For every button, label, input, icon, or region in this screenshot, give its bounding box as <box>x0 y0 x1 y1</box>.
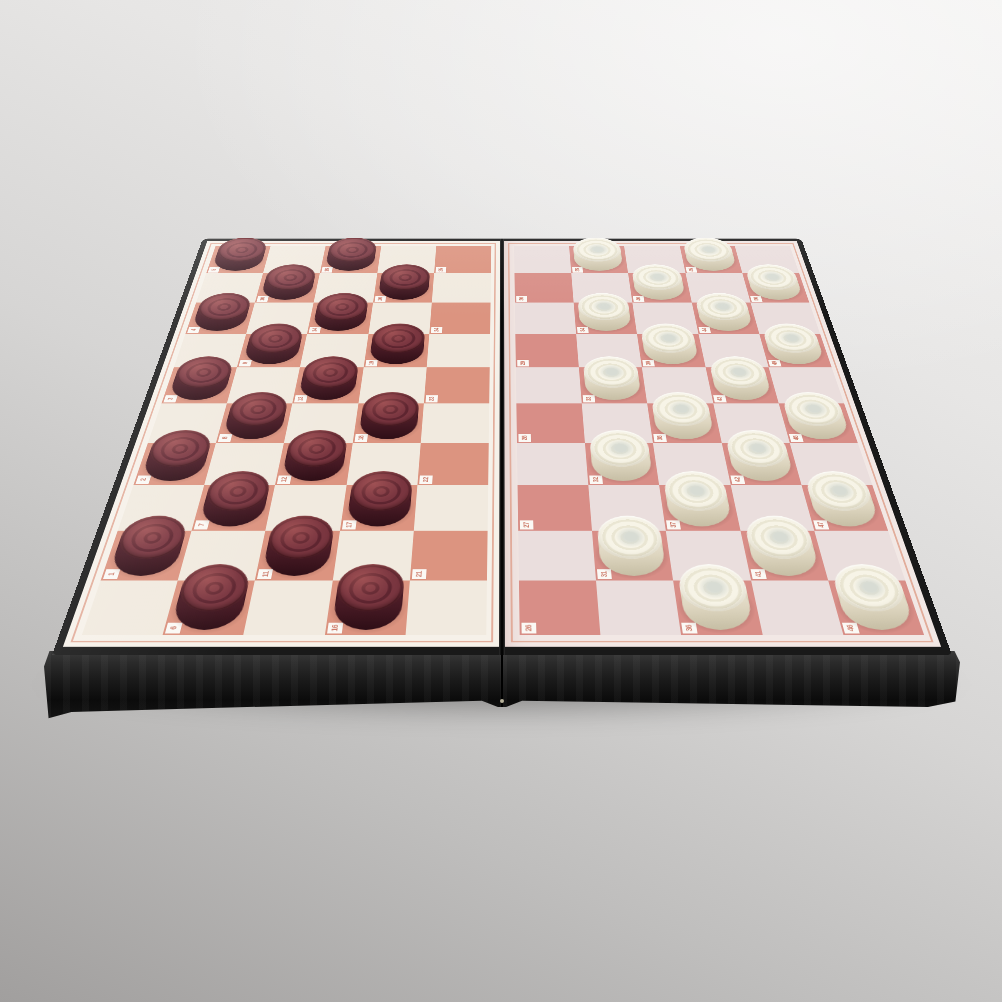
square-number: 12 <box>277 475 292 483</box>
hinge-gap-dot <box>500 699 504 703</box>
square-unnumbered <box>427 334 491 368</box>
piece-side-wall <box>267 537 334 553</box>
square-number: 26 <box>521 623 536 634</box>
square-3: 3 <box>161 368 237 404</box>
square-number: 22 <box>419 475 432 483</box>
square-unnumbered <box>332 531 413 581</box>
square-number: 7 <box>194 520 210 529</box>
piece-side-wall <box>227 408 287 421</box>
piece-side-wall <box>574 249 622 258</box>
square-unnumbered <box>314 273 377 302</box>
square-45: 45 <box>679 246 742 273</box>
piece-side-wall <box>173 372 231 384</box>
square-16: 16 <box>325 580 410 635</box>
square-2: 2 <box>133 443 216 485</box>
square-23: 23 <box>424 368 490 404</box>
square-unnumbered <box>582 404 653 443</box>
square-number: 30 <box>516 296 527 302</box>
square-number: 21 <box>412 569 427 579</box>
square-46: 46 <box>828 580 924 635</box>
square-1: 1 <box>101 531 192 581</box>
light-man-square-45 <box>682 238 738 271</box>
square-unnumbered <box>196 273 263 302</box>
square-7: 7 <box>192 485 276 531</box>
piece-side-wall <box>247 338 302 349</box>
square-number: 19 <box>365 360 377 367</box>
square-number: 44 <box>698 327 710 333</box>
square-41: 41 <box>740 531 828 581</box>
square-number: 10 <box>257 296 269 302</box>
piece-side-wall <box>264 277 315 287</box>
square-number: 50 <box>750 296 762 302</box>
square-13: 13 <box>293 368 364 404</box>
piece-side-wall <box>765 338 821 349</box>
square-number: 8 <box>218 434 232 442</box>
square-43: 43 <box>705 368 778 404</box>
square-unnumbered <box>414 485 489 531</box>
square-number: 28 <box>518 434 531 442</box>
product-photo: 5152510204142491931323818212227171112161… <box>0 0 1002 1002</box>
square-20: 20 <box>373 273 434 302</box>
square-number: 18 <box>354 434 367 442</box>
square-unnumbered <box>118 485 205 531</box>
square-number: 31 <box>597 569 612 579</box>
square-18: 18 <box>352 404 423 443</box>
square-unnumbered <box>576 334 642 368</box>
square-26: 26 <box>519 580 601 635</box>
square-number: 36 <box>682 623 698 634</box>
piece-top-face <box>214 238 269 262</box>
piece-side-wall <box>204 490 269 505</box>
piece-side-wall <box>578 307 630 317</box>
square-50: 50 <box>742 273 809 302</box>
square-37: 37 <box>659 485 740 531</box>
square-35: 35 <box>569 246 628 273</box>
square-number: 23 <box>425 396 437 403</box>
square-number: 40 <box>633 296 645 302</box>
piece-side-wall <box>666 490 730 505</box>
square-39: 39 <box>637 334 705 368</box>
piece-side-wall <box>748 277 800 287</box>
piece-side-wall <box>711 372 768 384</box>
square-unnumbered <box>178 531 266 581</box>
dark-man-square-5 <box>211 238 269 271</box>
square-number: 39 <box>643 360 656 367</box>
square-48: 48 <box>779 404 858 443</box>
square-number: 1 <box>103 569 120 579</box>
square-unnumbered <box>516 368 582 404</box>
square-30: 30 <box>514 273 573 302</box>
square-number: 11 <box>257 569 273 579</box>
square-number: 47 <box>813 520 829 529</box>
square-number: 38 <box>654 434 668 442</box>
square-6: 6 <box>163 580 255 635</box>
square-36: 36 <box>673 580 762 635</box>
piece-side-wall <box>301 372 358 384</box>
piece-side-wall <box>215 249 265 258</box>
square-number: 15 <box>322 267 333 272</box>
square-11: 11 <box>255 531 340 581</box>
square-44: 44 <box>692 303 760 334</box>
square-number: 9 <box>239 360 252 367</box>
square-unnumbered <box>227 368 300 404</box>
square-38: 38 <box>647 404 721 443</box>
square-number: 41 <box>750 569 766 579</box>
piece-side-wall <box>147 448 210 462</box>
piece-side-wall <box>747 537 815 553</box>
piece-side-wall <box>598 537 664 553</box>
piece-side-wall <box>116 537 185 553</box>
square-unnumbered <box>515 303 576 334</box>
square-unnumbered <box>624 246 685 273</box>
square-unnumbered <box>685 273 750 302</box>
square-33: 33 <box>579 368 647 404</box>
square-unnumbered <box>368 303 431 334</box>
square-number: 14 <box>309 327 321 333</box>
square-10: 10 <box>255 273 320 302</box>
square-unnumbered <box>735 246 800 273</box>
square-number: 46 <box>842 623 860 634</box>
square-number: 17 <box>342 520 357 529</box>
piece-side-wall <box>633 277 684 287</box>
piece-side-wall <box>642 338 696 349</box>
square-number: 43 <box>713 396 726 403</box>
piece-top-face <box>573 238 623 262</box>
square-unnumbered <box>518 531 596 581</box>
square-49: 49 <box>759 334 832 368</box>
square-21: 21 <box>410 531 488 581</box>
piece-top-face <box>327 238 378 262</box>
square-19: 19 <box>363 334 429 368</box>
square-number: 37 <box>666 520 681 529</box>
square-32: 32 <box>585 443 659 485</box>
square-22: 22 <box>417 443 488 485</box>
piece-side-wall <box>315 307 367 317</box>
square-number: 34 <box>577 327 589 333</box>
square-number: 24 <box>431 327 443 333</box>
square-number: 3 <box>163 396 177 403</box>
square-unnumbered <box>713 404 789 443</box>
square-28: 28 <box>516 404 585 443</box>
square-9: 9 <box>237 334 307 368</box>
piece-side-wall <box>584 372 640 384</box>
square-unnumbered <box>148 404 227 443</box>
square-unnumbered <box>246 303 314 334</box>
square-8: 8 <box>216 404 292 443</box>
square-40: 40 <box>628 273 691 302</box>
piece-side-wall <box>653 408 712 421</box>
piece-side-wall <box>196 307 250 317</box>
square-number: 32 <box>589 475 603 483</box>
square-17: 17 <box>340 485 418 531</box>
square-unnumbered <box>588 485 666 531</box>
square-unnumbered <box>790 443 873 485</box>
square-25: 25 <box>434 246 491 273</box>
square-number: 2 <box>136 475 152 483</box>
square-unnumbered <box>633 303 699 334</box>
square-47: 47 <box>801 485 888 531</box>
square-unnumbered <box>698 334 768 368</box>
square-4: 4 <box>185 303 255 334</box>
piece-side-wall <box>285 448 346 462</box>
square-number: 27 <box>520 520 534 529</box>
square-34: 34 <box>574 303 637 334</box>
square-number: 16 <box>327 623 343 634</box>
square-unnumbered <box>377 246 436 273</box>
fold-hinge <box>499 239 505 655</box>
square-27: 27 <box>518 485 593 531</box>
square-unnumbered <box>432 273 491 302</box>
piece-side-wall <box>684 249 734 258</box>
piece-side-wall <box>177 587 248 605</box>
square-5: 5 <box>206 246 271 273</box>
square-unnumbered <box>82 580 178 635</box>
square-unnumbered <box>300 334 368 368</box>
square-number: 49 <box>768 360 781 367</box>
square-12: 12 <box>275 443 352 485</box>
square-unnumbered <box>730 485 814 531</box>
square-unnumbered <box>514 246 571 273</box>
square-number: 45 <box>685 267 697 272</box>
square-24: 24 <box>429 303 490 334</box>
square-number: 42 <box>730 475 745 483</box>
square-unnumbered <box>769 368 845 404</box>
square-15: 15 <box>320 246 381 273</box>
square-29: 29 <box>515 334 579 368</box>
piece-side-wall <box>680 587 750 605</box>
square-number: 4 <box>187 327 200 333</box>
square-number: 20 <box>374 296 385 302</box>
square-number: 13 <box>294 396 307 403</box>
piece-side-wall <box>836 587 908 605</box>
piece-side-wall <box>335 587 404 605</box>
piece-side-wall <box>808 490 874 505</box>
piece-side-wall <box>591 448 651 462</box>
piece-side-wall <box>697 307 750 317</box>
piece-top-face <box>682 238 735 262</box>
square-unnumbered <box>666 531 751 581</box>
square-number: 25 <box>435 267 446 272</box>
light-man-square-35 <box>573 238 624 271</box>
piece-side-wall <box>371 338 425 349</box>
piece-side-wall <box>349 490 412 505</box>
square-unnumbered <box>346 443 420 485</box>
square-unnumbered <box>244 580 333 635</box>
square-unnumbered <box>517 443 589 485</box>
piece-side-wall <box>728 448 790 462</box>
draughts-board: 5152510204142491931323818212227171112161… <box>52 239 952 655</box>
square-unnumbered <box>174 334 246 368</box>
square-14: 14 <box>307 303 373 334</box>
square-unnumbered <box>571 273 632 302</box>
piece-side-wall <box>327 249 376 258</box>
piece-side-wall <box>379 277 429 287</box>
square-unnumbered <box>263 246 326 273</box>
piece-side-wall <box>785 408 845 421</box>
square-unnumbered <box>358 368 426 404</box>
square-unnumbered <box>750 303 820 334</box>
square-unnumbered <box>642 368 713 404</box>
square-unnumbered <box>421 404 490 443</box>
square-number: 48 <box>789 434 804 442</box>
square-number: 29 <box>517 360 529 367</box>
square-unnumbered <box>284 404 358 443</box>
square-unnumbered <box>204 443 284 485</box>
square-number: 35 <box>572 267 583 272</box>
square-number: 6 <box>165 623 183 634</box>
piece-side-wall <box>360 408 418 421</box>
square-31: 31 <box>592 531 673 581</box>
square-number: 33 <box>583 396 596 403</box>
square-unnumbered <box>814 531 905 581</box>
dark-man-square-15 <box>325 238 378 271</box>
square-unnumbered <box>596 580 681 635</box>
square-unnumbered <box>266 485 347 531</box>
square-42: 42 <box>721 443 801 485</box>
square-number: 5 <box>208 267 220 272</box>
square-unnumbered <box>405 580 487 635</box>
square-unnumbered <box>653 443 730 485</box>
